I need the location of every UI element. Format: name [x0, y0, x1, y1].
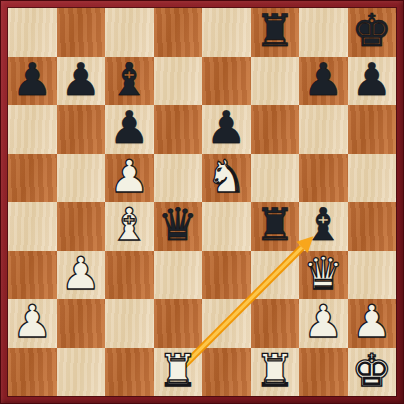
- square-a7[interactable]: ♟: [8, 57, 57, 106]
- piece-black-king-h8[interactable]: ♚: [348, 7, 397, 56]
- square-e3[interactable]: [202, 251, 251, 300]
- square-g2[interactable]: ♟: [299, 299, 348, 348]
- square-a5[interactable]: [8, 154, 57, 203]
- square-e7[interactable]: [202, 57, 251, 106]
- square-c3[interactable]: [105, 251, 154, 300]
- square-a1[interactable]: [8, 348, 57, 397]
- chess-board: ♜♚♟♟♝♟♟♟♟♟♞♝♛♜♝♟♛♟♟♟♜♜♚: [8, 8, 396, 396]
- square-b4[interactable]: [57, 202, 106, 251]
- square-c4[interactable]: ♝: [105, 202, 154, 251]
- piece-black-pawn-c6[interactable]: ♟: [105, 104, 154, 153]
- square-h5[interactable]: [348, 154, 397, 203]
- square-f2[interactable]: [251, 299, 300, 348]
- square-a4[interactable]: [8, 202, 57, 251]
- square-b1[interactable]: [57, 348, 106, 397]
- square-d5[interactable]: [154, 154, 203, 203]
- square-e4[interactable]: [202, 202, 251, 251]
- square-a6[interactable]: [8, 105, 57, 154]
- square-e6[interactable]: ♟: [202, 105, 251, 154]
- square-c5[interactable]: ♟: [105, 154, 154, 203]
- square-e8[interactable]: [202, 8, 251, 57]
- piece-white-rook-d1[interactable]: ♜: [154, 347, 203, 396]
- square-h2[interactable]: ♟: [348, 299, 397, 348]
- piece-white-pawn-h2[interactable]: ♟: [348, 298, 397, 347]
- square-c2[interactable]: [105, 299, 154, 348]
- square-e2[interactable]: [202, 299, 251, 348]
- square-e5[interactable]: ♞: [202, 154, 251, 203]
- square-f6[interactable]: [251, 105, 300, 154]
- square-d1[interactable]: ♜: [154, 348, 203, 397]
- square-b8[interactable]: [57, 8, 106, 57]
- piece-black-queen-d4[interactable]: ♛: [154, 201, 203, 250]
- square-g8[interactable]: [299, 8, 348, 57]
- square-d3[interactable]: [154, 251, 203, 300]
- chessboard-window: ♜♚♟♟♝♟♟♟♟♟♞♝♛♜♝♟♛♟♟♟♜♜♚: [0, 0, 404, 404]
- square-f7[interactable]: [251, 57, 300, 106]
- square-h1[interactable]: ♚: [348, 348, 397, 397]
- square-h7[interactable]: ♟: [348, 57, 397, 106]
- square-f3[interactable]: [251, 251, 300, 300]
- square-e1[interactable]: [202, 348, 251, 397]
- square-h6[interactable]: [348, 105, 397, 154]
- piece-white-knight-e5[interactable]: ♞: [202, 153, 251, 202]
- square-b7[interactable]: ♟: [57, 57, 106, 106]
- piece-white-pawn-c5[interactable]: ♟: [105, 153, 154, 202]
- square-g3[interactable]: ♛: [299, 251, 348, 300]
- square-b3[interactable]: ♟: [57, 251, 106, 300]
- piece-white-pawn-a2[interactable]: ♟: [8, 298, 57, 347]
- square-g5[interactable]: [299, 154, 348, 203]
- piece-black-pawn-e6[interactable]: ♟: [202, 104, 251, 153]
- piece-white-king-h1[interactable]: ♚: [348, 347, 397, 396]
- square-d8[interactable]: [154, 8, 203, 57]
- square-b5[interactable]: [57, 154, 106, 203]
- piece-white-rook-f1[interactable]: ♜: [251, 347, 300, 396]
- square-h4[interactable]: [348, 202, 397, 251]
- square-b6[interactable]: [57, 105, 106, 154]
- square-a3[interactable]: [8, 251, 57, 300]
- piece-black-rook-f4[interactable]: ♜: [251, 201, 300, 250]
- square-g4[interactable]: ♝: [299, 202, 348, 251]
- piece-white-queen-g3[interactable]: ♛: [299, 250, 348, 299]
- piece-white-pawn-g2[interactable]: ♟: [299, 298, 348, 347]
- square-h8[interactable]: ♚: [348, 8, 397, 57]
- piece-white-bishop-c4[interactable]: ♝: [105, 201, 154, 250]
- square-g6[interactable]: [299, 105, 348, 154]
- square-f5[interactable]: [251, 154, 300, 203]
- piece-black-pawn-g7[interactable]: ♟: [299, 56, 348, 105]
- square-c8[interactable]: [105, 8, 154, 57]
- square-f4[interactable]: ♜: [251, 202, 300, 251]
- square-c7[interactable]: ♝: [105, 57, 154, 106]
- piece-black-rook-f8[interactable]: ♜: [251, 7, 300, 56]
- square-d6[interactable]: [154, 105, 203, 154]
- square-f1[interactable]: ♜: [251, 348, 300, 397]
- square-f8[interactable]: ♜: [251, 8, 300, 57]
- square-c6[interactable]: ♟: [105, 105, 154, 154]
- square-a2[interactable]: ♟: [8, 299, 57, 348]
- piece-black-pawn-h7[interactable]: ♟: [348, 56, 397, 105]
- square-g1[interactable]: [299, 348, 348, 397]
- square-h3[interactable]: [348, 251, 397, 300]
- square-a8[interactable]: [8, 8, 57, 57]
- square-d2[interactable]: [154, 299, 203, 348]
- piece-white-pawn-b3[interactable]: ♟: [57, 250, 106, 299]
- piece-black-bishop-g4[interactable]: ♝: [299, 201, 348, 250]
- piece-black-bishop-c7[interactable]: ♝: [105, 56, 154, 105]
- piece-black-pawn-b7[interactable]: ♟: [57, 56, 106, 105]
- square-b2[interactable]: [57, 299, 106, 348]
- square-g7[interactable]: ♟: [299, 57, 348, 106]
- square-c1[interactable]: [105, 348, 154, 397]
- square-d7[interactable]: [154, 57, 203, 106]
- square-d4[interactable]: ♛: [154, 202, 203, 251]
- piece-black-pawn-a7[interactable]: ♟: [8, 56, 57, 105]
